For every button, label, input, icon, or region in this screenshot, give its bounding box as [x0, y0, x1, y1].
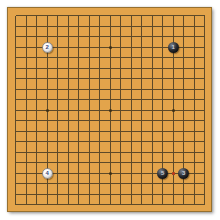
board-intersection[interactable] [137, 137, 148, 148]
board-intersection[interactable] [105, 84, 116, 95]
board-intersection[interactable] [42, 21, 53, 32]
board-intersection[interactable] [116, 84, 127, 95]
board-intersection[interactable] [32, 105, 43, 116]
board-intersection[interactable] [32, 42, 43, 53]
board-intersection[interactable] [137, 168, 148, 179]
board-intersection[interactable] [126, 53, 137, 64]
board-intersection[interactable] [179, 158, 190, 169]
board-intersection[interactable] [105, 95, 116, 106]
board-intersection[interactable] [116, 11, 127, 22]
board-intersection[interactable] [21, 42, 32, 53]
board-intersection[interactable] [63, 189, 74, 200]
board-intersection[interactable] [21, 126, 32, 137]
board-intersection[interactable] [189, 42, 200, 53]
board-intersection[interactable] [21, 53, 32, 64]
board-intersection[interactable] [116, 21, 127, 32]
board-intersection[interactable] [189, 95, 200, 106]
board-intersection[interactable] [147, 42, 158, 53]
board-intersection[interactable]: 3 [179, 168, 190, 179]
board-intersection[interactable] [168, 95, 179, 106]
board-intersection[interactable] [74, 137, 85, 148]
board-intersection[interactable] [116, 158, 127, 169]
board-intersection[interactable] [126, 84, 137, 95]
board-intersection[interactable] [63, 11, 74, 22]
board-intersection[interactable] [126, 11, 137, 22]
board-intersection[interactable] [53, 168, 64, 179]
board-intersection[interactable] [11, 95, 22, 106]
board-intersection[interactable] [11, 189, 22, 200]
board-intersection[interactable] [53, 74, 64, 85]
board-intersection[interactable] [168, 21, 179, 32]
board-intersection[interactable] [53, 147, 64, 158]
board-intersection[interactable] [84, 200, 95, 211]
board-intersection[interactable] [200, 126, 211, 137]
board-intersection[interactable] [147, 84, 158, 95]
board-intersection[interactable] [105, 189, 116, 200]
board-intersection[interactable] [126, 179, 137, 190]
board-intersection[interactable] [21, 168, 32, 179]
board-intersection[interactable] [168, 189, 179, 200]
board-intersection[interactable] [32, 137, 43, 148]
board-intersection[interactable] [95, 42, 106, 53]
board-intersection[interactable] [105, 179, 116, 190]
board-intersection[interactable] [11, 168, 22, 179]
board-intersection[interactable] [179, 63, 190, 74]
board-intersection[interactable] [74, 32, 85, 43]
board-intersection[interactable] [74, 126, 85, 137]
board-intersection[interactable] [42, 74, 53, 85]
board-intersection[interactable] [200, 116, 211, 127]
board-intersection[interactable] [179, 11, 190, 22]
board-intersection[interactable] [84, 168, 95, 179]
board-intersection[interactable] [105, 42, 116, 53]
board-intersection[interactable] [158, 200, 169, 211]
board-intersection[interactable] [189, 116, 200, 127]
board-intersection[interactable] [200, 53, 211, 64]
board-intersection[interactable] [53, 53, 64, 64]
board-intersection[interactable] [126, 147, 137, 158]
board-intersection[interactable] [32, 168, 43, 179]
board-intersection[interactable] [42, 95, 53, 106]
board-intersection[interactable] [42, 126, 53, 137]
board-intersection[interactable] [158, 126, 169, 137]
board-intersection[interactable] [74, 42, 85, 53]
board-intersection[interactable] [200, 74, 211, 85]
board-intersection[interactable] [126, 189, 137, 200]
board-intersection[interactable] [158, 179, 169, 190]
board-intersection[interactable] [189, 105, 200, 116]
board-intersection[interactable] [95, 63, 106, 74]
board-intersection[interactable] [179, 42, 190, 53]
board-intersection[interactable] [21, 189, 32, 200]
board-intersection[interactable] [179, 126, 190, 137]
board-intersection[interactable] [126, 126, 137, 137]
board-intersection[interactable]: 5 [158, 168, 169, 179]
board-intersection[interactable] [63, 42, 74, 53]
go-board-grid[interactable]: 21453 [11, 11, 211, 211]
board-intersection[interactable] [32, 74, 43, 85]
board-intersection[interactable] [158, 105, 169, 116]
board-intersection[interactable] [189, 63, 200, 74]
board-intersection[interactable] [53, 137, 64, 148]
board-intersection[interactable] [158, 84, 169, 95]
board-intersection[interactable] [147, 200, 158, 211]
board-intersection[interactable] [21, 11, 32, 22]
board-intersection[interactable] [137, 63, 148, 74]
board-intersection[interactable] [158, 189, 169, 200]
board-intersection[interactable] [42, 84, 53, 95]
board-intersection[interactable] [116, 32, 127, 43]
board-intersection[interactable] [179, 137, 190, 148]
board-intersection[interactable] [126, 21, 137, 32]
board-intersection[interactable] [158, 147, 169, 158]
board-intersection[interactable] [105, 32, 116, 43]
board-intersection[interactable] [95, 21, 106, 32]
board-intersection[interactable] [53, 126, 64, 137]
board-intersection[interactable] [63, 21, 74, 32]
board-intersection[interactable] [158, 63, 169, 74]
board-intersection[interactable] [32, 95, 43, 106]
board-intersection[interactable] [147, 63, 158, 74]
board-intersection[interactable] [53, 116, 64, 127]
board-intersection[interactable] [158, 53, 169, 64]
board-intersection[interactable] [63, 179, 74, 190]
board-intersection[interactable] [137, 32, 148, 43]
board-intersection[interactable] [200, 200, 211, 211]
board-intersection[interactable] [179, 95, 190, 106]
board-intersection[interactable] [95, 84, 106, 95]
board-intersection[interactable] [200, 32, 211, 43]
board-intersection[interactable] [42, 158, 53, 169]
board-intersection[interactable] [95, 95, 106, 106]
board-intersection[interactable] [21, 63, 32, 74]
board-intersection[interactable] [158, 116, 169, 127]
board-intersection[interactable] [200, 179, 211, 190]
board-intersection[interactable] [84, 21, 95, 32]
board-intersection[interactable] [84, 179, 95, 190]
board-intersection[interactable] [147, 147, 158, 158]
board-intersection[interactable] [116, 105, 127, 116]
board-intersection[interactable] [137, 158, 148, 169]
board-intersection[interactable] [95, 126, 106, 137]
board-intersection[interactable] [158, 137, 169, 148]
board-intersection[interactable]: 1 [168, 42, 179, 53]
board-intersection[interactable] [116, 126, 127, 137]
board-intersection[interactable] [200, 147, 211, 158]
board-intersection[interactable] [158, 21, 169, 32]
board-intersection[interactable] [42, 32, 53, 43]
board-intersection[interactable] [147, 11, 158, 22]
board-intersection[interactable] [179, 179, 190, 190]
board-intersection[interactable] [21, 21, 32, 32]
board-intersection[interactable] [74, 84, 85, 95]
board-intersection[interactable] [32, 53, 43, 64]
board-intersection[interactable] [11, 105, 22, 116]
board-intersection[interactable] [137, 126, 148, 137]
board-intersection[interactable] [179, 147, 190, 158]
board-intersection[interactable] [21, 84, 32, 95]
board-intersection[interactable] [42, 147, 53, 158]
board-intersection[interactable] [42, 200, 53, 211]
board-intersection[interactable] [189, 179, 200, 190]
board-intersection[interactable] [84, 137, 95, 148]
board-intersection[interactable] [11, 84, 22, 95]
board-intersection[interactable] [32, 189, 43, 200]
board-intersection[interactable] [105, 105, 116, 116]
board-intersection[interactable] [105, 147, 116, 158]
board-intersection[interactable] [147, 74, 158, 85]
board-intersection[interactable] [11, 147, 22, 158]
board-intersection[interactable] [32, 11, 43, 22]
board-intersection[interactable] [32, 32, 43, 43]
board-intersection[interactable] [189, 74, 200, 85]
board-intersection[interactable] [21, 147, 32, 158]
board-intersection[interactable] [74, 200, 85, 211]
board-intersection[interactable] [116, 42, 127, 53]
board-intersection[interactable] [158, 74, 169, 85]
board-intersection[interactable] [105, 126, 116, 137]
board-intersection[interactable] [116, 137, 127, 148]
board-intersection[interactable] [200, 11, 211, 22]
board-intersection[interactable] [42, 63, 53, 74]
board-intersection[interactable] [53, 95, 64, 106]
board-intersection[interactable] [126, 105, 137, 116]
board-intersection[interactable] [74, 74, 85, 85]
board-intersection[interactable] [105, 53, 116, 64]
board-intersection[interactable] [168, 105, 179, 116]
board-intersection[interactable] [116, 74, 127, 85]
board-intersection[interactable] [95, 189, 106, 200]
board-intersection[interactable] [74, 158, 85, 169]
board-intersection[interactable] [21, 74, 32, 85]
board-intersection[interactable] [95, 137, 106, 148]
board-intersection[interactable] [168, 179, 179, 190]
board-intersection[interactable] [126, 200, 137, 211]
board-intersection[interactable] [105, 137, 116, 148]
board-intersection[interactable] [116, 63, 127, 74]
board-intersection[interactable] [168, 126, 179, 137]
board-intersection[interactable] [53, 105, 64, 116]
board-intersection[interactable] [189, 168, 200, 179]
board-intersection[interactable]: 4 [42, 168, 53, 179]
board-intersection[interactable] [11, 53, 22, 64]
board-intersection[interactable] [200, 189, 211, 200]
board-intersection[interactable] [21, 137, 32, 148]
board-intersection[interactable] [168, 11, 179, 22]
board-intersection[interactable] [147, 105, 158, 116]
board-intersection[interactable] [21, 32, 32, 43]
board-intersection[interactable] [84, 189, 95, 200]
board-intersection[interactable] [63, 147, 74, 158]
board-intersection[interactable] [63, 105, 74, 116]
board-intersection[interactable] [200, 158, 211, 169]
board-intersection[interactable] [42, 11, 53, 22]
board-intersection[interactable] [32, 84, 43, 95]
board-intersection[interactable] [53, 63, 64, 74]
board-intersection[interactable] [168, 200, 179, 211]
board-intersection[interactable] [95, 168, 106, 179]
board-intersection[interactable] [158, 11, 169, 22]
board-intersection[interactable] [32, 126, 43, 137]
board-intersection[interactable] [21, 105, 32, 116]
board-intersection[interactable] [53, 32, 64, 43]
board-intersection[interactable] [53, 158, 64, 169]
board-intersection[interactable] [200, 95, 211, 106]
board-intersection[interactable] [200, 21, 211, 32]
board-intersection[interactable] [168, 147, 179, 158]
board-intersection[interactable] [63, 126, 74, 137]
board-intersection[interactable] [126, 32, 137, 43]
board-intersection[interactable] [147, 53, 158, 64]
board-intersection[interactable] [95, 105, 106, 116]
board-intersection[interactable] [137, 116, 148, 127]
board-intersection[interactable] [168, 137, 179, 148]
board-intersection[interactable] [11, 158, 22, 169]
board-intersection[interactable] [126, 42, 137, 53]
board-intersection[interactable] [95, 147, 106, 158]
board-intersection[interactable] [105, 158, 116, 169]
board-intersection[interactable] [21, 179, 32, 190]
board-intersection[interactable] [74, 168, 85, 179]
board-intersection[interactable] [63, 32, 74, 43]
board-intersection[interactable] [147, 116, 158, 127]
board-intersection[interactable] [11, 21, 22, 32]
board-intersection[interactable] [168, 63, 179, 74]
board-intersection[interactable] [74, 21, 85, 32]
board-intersection[interactable] [63, 74, 74, 85]
board-intersection[interactable] [95, 200, 106, 211]
board-intersection[interactable] [179, 53, 190, 64]
board-intersection[interactable] [84, 63, 95, 74]
board-intersection[interactable] [147, 21, 158, 32]
board-intersection[interactable] [21, 95, 32, 106]
board-intersection[interactable] [32, 116, 43, 127]
board-intersection[interactable] [179, 189, 190, 200]
board-intersection[interactable] [105, 11, 116, 22]
board-intersection[interactable] [84, 53, 95, 64]
board-intersection[interactable] [11, 137, 22, 148]
board-intersection[interactable] [11, 126, 22, 137]
board-intersection[interactable] [53, 84, 64, 95]
board-intersection[interactable] [53, 189, 64, 200]
board-intersection[interactable] [126, 63, 137, 74]
board-intersection[interactable] [189, 11, 200, 22]
board-intersection[interactable] [137, 147, 148, 158]
board-intersection[interactable] [126, 137, 137, 148]
board-intersection[interactable] [21, 116, 32, 127]
board-intersection[interactable] [105, 200, 116, 211]
board-intersection[interactable] [84, 105, 95, 116]
board-intersection[interactable] [84, 11, 95, 22]
board-intersection[interactable] [126, 158, 137, 169]
board-intersection[interactable] [74, 179, 85, 190]
board-intersection[interactable] [147, 95, 158, 106]
board-intersection[interactable] [74, 63, 85, 74]
board-intersection[interactable] [116, 179, 127, 190]
board-intersection[interactable] [126, 116, 137, 127]
board-intersection[interactable] [179, 200, 190, 211]
board-intersection[interactable] [63, 158, 74, 169]
board-intersection[interactable] [42, 105, 53, 116]
board-intersection[interactable] [179, 84, 190, 95]
board-intersection[interactable] [42, 189, 53, 200]
board-intersection[interactable] [200, 42, 211, 53]
board-intersection[interactable] [74, 11, 85, 22]
board-intersection[interactable] [11, 11, 22, 22]
board-intersection[interactable] [189, 158, 200, 169]
board-intersection[interactable] [147, 179, 158, 190]
board-intersection[interactable] [200, 84, 211, 95]
board-intersection[interactable] [63, 63, 74, 74]
board-intersection[interactable] [11, 32, 22, 43]
board-intersection[interactable]: 2 [42, 42, 53, 53]
board-intersection[interactable] [189, 32, 200, 43]
board-intersection[interactable] [95, 116, 106, 127]
board-intersection[interactable] [116, 53, 127, 64]
board-intersection[interactable] [11, 42, 22, 53]
board-intersection[interactable] [63, 84, 74, 95]
board-intersection[interactable] [74, 116, 85, 127]
board-intersection[interactable] [42, 53, 53, 64]
board-intersection[interactable] [147, 189, 158, 200]
board-intersection[interactable] [126, 168, 137, 179]
board-intersection[interactable] [126, 74, 137, 85]
board-intersection[interactable] [84, 84, 95, 95]
board-intersection[interactable] [116, 116, 127, 127]
board-intersection[interactable] [63, 95, 74, 106]
board-intersection[interactable] [137, 21, 148, 32]
board-intersection[interactable] [189, 53, 200, 64]
board-intersection[interactable] [32, 200, 43, 211]
board-intersection[interactable] [74, 53, 85, 64]
board-intersection[interactable] [116, 168, 127, 179]
board-intersection[interactable] [158, 95, 169, 106]
board-intersection[interactable] [168, 116, 179, 127]
board-intersection[interactable] [179, 21, 190, 32]
board-intersection[interactable] [137, 189, 148, 200]
board-intersection[interactable] [63, 137, 74, 148]
board-intersection[interactable] [179, 116, 190, 127]
board-intersection[interactable] [32, 158, 43, 169]
board-intersection[interactable] [32, 179, 43, 190]
board-intersection[interactable] [179, 32, 190, 43]
board-intersection[interactable] [137, 11, 148, 22]
board-intersection[interactable] [116, 189, 127, 200]
board-intersection[interactable] [200, 137, 211, 148]
board-intersection[interactable] [126, 95, 137, 106]
board-intersection[interactable] [158, 158, 169, 169]
board-intersection[interactable] [168, 53, 179, 64]
board-intersection[interactable] [137, 84, 148, 95]
board-intersection[interactable] [137, 42, 148, 53]
board-intersection[interactable] [200, 105, 211, 116]
board-intersection[interactable] [63, 168, 74, 179]
board-intersection[interactable] [42, 137, 53, 148]
board-intersection[interactable] [168, 158, 179, 169]
board-intersection[interactable] [147, 32, 158, 43]
board-intersection[interactable] [21, 158, 32, 169]
board-intersection[interactable] [63, 53, 74, 64]
board-intersection[interactable] [42, 179, 53, 190]
board-intersection[interactable] [84, 95, 95, 106]
board-intersection[interactable] [95, 53, 106, 64]
board-intersection[interactable] [95, 158, 106, 169]
board-intersection[interactable] [74, 147, 85, 158]
board-intersection[interactable] [147, 137, 158, 148]
board-intersection[interactable] [189, 137, 200, 148]
board-intersection[interactable] [189, 147, 200, 158]
board-intersection[interactable] [179, 74, 190, 85]
